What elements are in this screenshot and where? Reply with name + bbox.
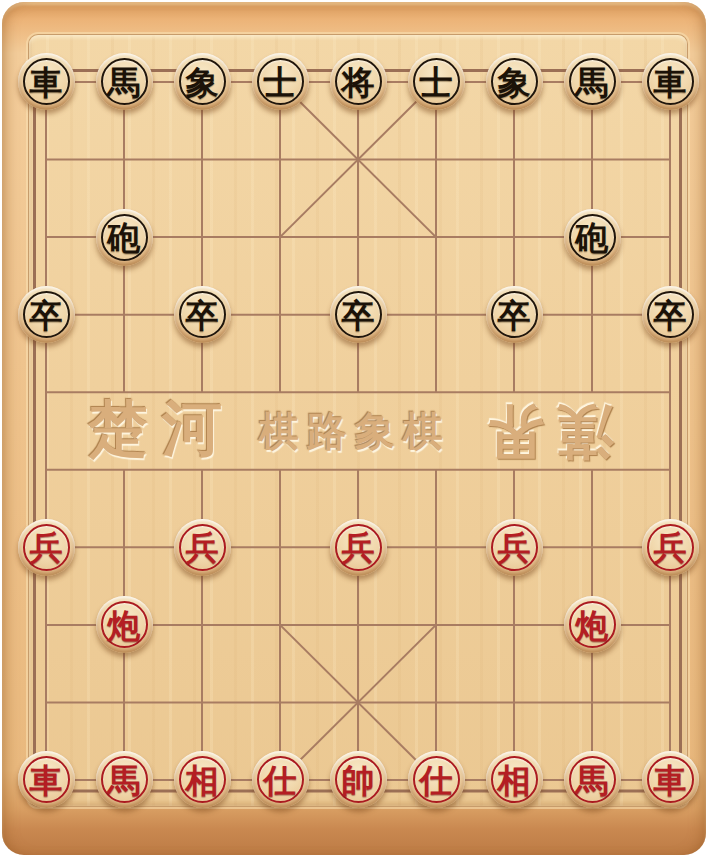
piece-black-soldier[interactable]: 卒 <box>319 276 397 354</box>
piece-character: 象 <box>174 65 231 98</box>
piece-character: 卒 <box>18 298 75 331</box>
piece-black-elephant[interactable]: 象 <box>475 43 553 121</box>
piece-red-cannon[interactable]: 炮 <box>553 586 631 664</box>
piece-character: 仕 <box>252 763 309 796</box>
piece-red-soldier[interactable]: 兵 <box>475 508 553 586</box>
piece-character: 馬 <box>564 763 621 796</box>
piece-red-advisor[interactable]: 仕 <box>241 741 319 819</box>
piece-character: 炮 <box>96 608 153 641</box>
piece-character: 仕 <box>408 763 465 796</box>
piece-black-cannon[interactable]: 砲 <box>85 198 163 276</box>
piece-character: 車 <box>642 65 699 98</box>
piece-character: 象 <box>486 65 543 98</box>
piece-red-chariot[interactable]: 車 <box>7 741 85 819</box>
piece-character: 馬 <box>96 65 153 98</box>
piece-character: 士 <box>252 65 309 98</box>
piece-black-soldier[interactable]: 卒 <box>475 276 553 354</box>
piece-character: 車 <box>642 763 699 796</box>
piece-red-soldier[interactable]: 兵 <box>319 508 397 586</box>
piece-character: 炮 <box>564 608 621 641</box>
piece-red-soldier[interactable]: 兵 <box>631 508 709 586</box>
xiangqi-app-window: 楚河 棋路象棋 漢界 <box>0 0 710 860</box>
piece-character: 砲 <box>96 221 153 254</box>
piece-black-advisor[interactable]: 士 <box>397 43 475 121</box>
piece-character: 車 <box>18 65 75 98</box>
piece-character: 砲 <box>564 221 621 254</box>
piece-black-soldier[interactable]: 卒 <box>631 276 709 354</box>
piece-red-general[interactable]: 帥 <box>319 741 397 819</box>
piece-black-chariot[interactable]: 車 <box>631 43 709 121</box>
piece-red-cannon[interactable]: 炮 <box>85 586 163 664</box>
piece-character: 卒 <box>174 298 231 331</box>
piece-red-chariot[interactable]: 車 <box>631 741 709 819</box>
piece-black-advisor[interactable]: 士 <box>241 43 319 121</box>
piece-character: 兵 <box>642 531 699 564</box>
piece-black-horse[interactable]: 馬 <box>553 43 631 121</box>
piece-red-elephant[interactable]: 相 <box>475 741 553 819</box>
piece-red-soldier[interactable]: 兵 <box>7 508 85 586</box>
piece-character: 馬 <box>564 65 621 98</box>
piece-red-horse[interactable]: 馬 <box>85 741 163 819</box>
piece-black-soldier[interactable]: 卒 <box>7 276 85 354</box>
piece-red-horse[interactable]: 馬 <box>553 741 631 819</box>
piece-character: 車 <box>18 763 75 796</box>
piece-black-horse[interactable]: 馬 <box>85 43 163 121</box>
piece-black-cannon[interactable]: 砲 <box>553 198 631 276</box>
piece-character: 兵 <box>330 531 387 564</box>
piece-black-soldier[interactable]: 卒 <box>163 276 241 354</box>
piece-black-chariot[interactable]: 車 <box>7 43 85 121</box>
piece-character: 将 <box>330 65 387 98</box>
piece-black-general[interactable]: 将 <box>319 43 397 121</box>
piece-character: 卒 <box>486 298 543 331</box>
piece-character: 卒 <box>642 298 699 331</box>
piece-character: 兵 <box>18 531 75 564</box>
piece-character: 士 <box>408 65 465 98</box>
piece-character: 馬 <box>96 763 153 796</box>
xiangqi-board[interactable]: 車馬象士将士象馬車砲砲卒卒卒卒卒兵兵兵兵兵炮炮車馬相仕帥仕相馬車 <box>7 43 709 819</box>
piece-character: 卒 <box>330 298 387 331</box>
piece-character: 帥 <box>330 763 387 796</box>
piece-character: 兵 <box>174 531 231 564</box>
piece-black-elephant[interactable]: 象 <box>163 43 241 121</box>
piece-character: 相 <box>486 763 543 796</box>
piece-character: 兵 <box>486 531 543 564</box>
piece-character: 相 <box>174 763 231 796</box>
piece-red-soldier[interactable]: 兵 <box>163 508 241 586</box>
piece-red-advisor[interactable]: 仕 <box>397 741 475 819</box>
piece-red-elephant[interactable]: 相 <box>163 741 241 819</box>
